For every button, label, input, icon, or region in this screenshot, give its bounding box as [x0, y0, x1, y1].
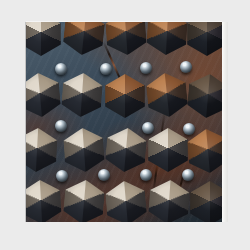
- rivet-ball: [56, 170, 68, 182]
- rivet-ball: [142, 122, 154, 134]
- rivet-ball: [183, 123, 195, 135]
- rivet-ball: [55, 120, 67, 132]
- texture-photo: [26, 22, 222, 222]
- rivet-ball: [98, 169, 110, 181]
- rivet-ball: [140, 62, 152, 74]
- rivet-ball: [140, 169, 152, 181]
- rivet-ball: [100, 63, 112, 75]
- rivet-ball: [182, 169, 194, 181]
- rivet-layer: [26, 22, 222, 222]
- rivet-ball: [55, 63, 67, 75]
- canvas-edge-highlight: [222, 22, 228, 222]
- rivet-ball: [180, 61, 192, 73]
- product-image-stage: [0, 0, 250, 250]
